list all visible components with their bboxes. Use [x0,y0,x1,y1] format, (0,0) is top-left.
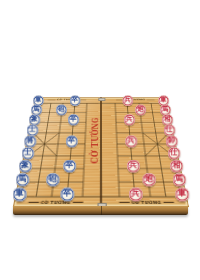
edge-brand-label-top-left: CỜ TƯỚNG [47,99,86,101]
board-fold-seam [100,97,102,207]
intersection: 兵 [123,138,137,149]
intersection [111,175,127,189]
intersection: 車 [172,189,190,204]
piece-red-soldier[interactable]: 兵 [127,160,140,173]
piece-glyph: 卒 [68,138,75,145]
piece-glyph: 卒 [63,190,71,198]
photo-background: CỜ TƯỚNG CỜ TƯỚNG CỜ TƯỚNG CỜ TƯỚNG CỜ T… [0,0,200,280]
piece-red-elephant[interactable]: 相 [170,160,183,173]
hinge-icon [99,98,105,101]
piece-red-soldier[interactable]: 兵 [125,136,137,148]
piece-glyph: 卒 [65,162,73,170]
intersection: 卒 [62,162,78,175]
piece-blue-soldier[interactable]: 卒 [60,188,74,202]
piece-glyph: 將 [27,138,34,145]
front-fold-gap [101,206,102,215]
intersection [77,150,92,162]
intersection [111,189,127,204]
piece-blue-horse[interactable]: 馬 [16,173,29,186]
piece-glyph: 兵 [127,138,134,145]
piece-glyph: 兵 [129,162,137,170]
intersection [43,189,60,204]
piece-glyph: 馬 [175,176,183,184]
piece-glyph: 士 [24,149,31,156]
piece-red-advisor[interactable]: 仕 [168,147,180,159]
piece-glyph: 仕 [170,149,177,156]
piece-glyph: 砲 [49,176,57,184]
piece-blue-cannon[interactable]: 砲 [46,173,59,186]
intersection: 卒 [64,138,78,149]
xiangqi-board: CỜ TƯỚNG CỜ TƯỚNG CỜ TƯỚNG CỜ TƯỚNG CỜ T… [13,97,189,207]
piece-red-soldier[interactable]: 兵 [129,188,143,202]
piece-blue-general[interactable]: 將 [24,136,36,148]
intersection: 兵 [127,189,144,204]
piece-glyph: 兵 [131,190,139,198]
piece-glyph: 炮 [145,176,153,184]
intersection [75,175,91,189]
piece-glyph: 象 [22,162,30,170]
piece-red-general[interactable]: 帥 [166,136,178,148]
piece-red-cannon[interactable]: 炮 [143,173,156,186]
intersection [76,162,91,175]
piece-blue-soldier[interactable]: 卒 [65,136,77,148]
piece-red-horse[interactable]: 馬 [173,173,186,186]
edge-brand-label-top-right: CỜ TƯỚNG [116,99,155,101]
intersection: 炮 [140,175,157,189]
piece-glyph: 帥 [168,138,175,145]
piece-glyph: 車 [178,190,186,198]
piece-glyph: 相 [173,162,181,170]
intersection: 砲 [45,175,62,189]
intersection [110,150,125,162]
piece-blue-soldier[interactable]: 卒 [63,160,76,173]
intersection [49,150,64,162]
piece-blue-elephant[interactable]: 象 [19,160,32,173]
piece-glyph: 馬 [19,176,27,184]
board-front-edge [13,206,188,215]
intersection: 卒 [59,189,76,204]
piece-red-chariot[interactable]: 車 [175,188,189,202]
intersection [111,162,126,175]
piece-blue-chariot[interactable]: 車 [13,188,27,202]
intersection [74,189,90,204]
intersection: 兵 [125,162,141,175]
piece-glyph: 車 [16,190,24,198]
piece-blue-advisor[interactable]: 士 [22,147,34,159]
